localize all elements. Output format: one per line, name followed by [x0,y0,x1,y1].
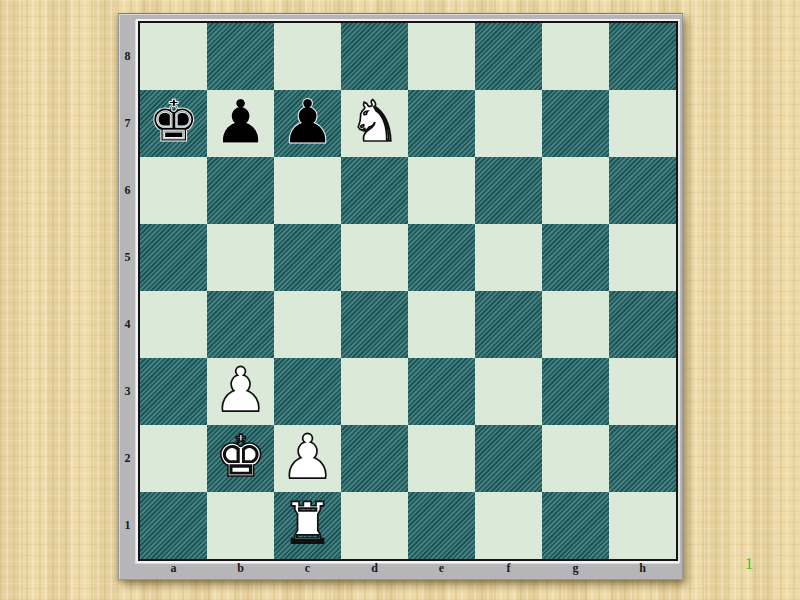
square-b1 [207,492,274,559]
piece-black-king-a7: ♚ [148,93,199,150]
square-c4 [274,291,341,358]
square-c3 [274,358,341,425]
square-d7: ♞ [341,90,408,157]
square-b5 [207,224,274,291]
piece-white-rook-c1: ♜ [282,495,333,552]
rank-label-1: 1 [119,492,136,559]
square-b4 [207,291,274,358]
square-a8 [140,23,207,90]
piece-white-king-b2: ♚ [215,428,266,485]
square-g8 [542,23,609,90]
file-labels: abcdefgh [140,558,676,578]
square-h2 [609,425,676,492]
square-f1 [475,492,542,559]
square-d3 [341,358,408,425]
square-d2 [341,425,408,492]
file-label-e: e [408,558,475,578]
square-a4 [140,291,207,358]
square-h4 [609,291,676,358]
square-f7 [475,90,542,157]
square-b7: ♟ [207,90,274,157]
file-label-d: d [341,558,408,578]
square-a3 [140,358,207,425]
slide-number: 1 [740,554,758,574]
rank-label-2: 2 [119,425,136,492]
square-b3: ♟ [207,358,274,425]
square-c6 [274,157,341,224]
square-g7 [542,90,609,157]
file-label-f: f [475,558,542,578]
square-c2: ♟ [274,425,341,492]
square-f4 [475,291,542,358]
piece-white-knight-d7: ♞ [349,93,400,150]
chessboard-frame: 87654321 ♚♟♟♞♟♚♟♜ abcdefgh [118,13,683,580]
square-g4 [542,291,609,358]
square-a6 [140,157,207,224]
square-e4 [408,291,475,358]
square-e6 [408,157,475,224]
square-d4 [341,291,408,358]
square-d1 [341,492,408,559]
square-e2 [408,425,475,492]
rank-label-5: 5 [119,224,136,291]
square-g2 [542,425,609,492]
square-h1 [609,492,676,559]
square-d6 [341,157,408,224]
rank-labels: 87654321 [119,23,136,559]
piece-black-pawn-c7: ♟ [280,91,335,152]
square-g5 [542,224,609,291]
square-f6 [475,157,542,224]
file-label-g: g [542,558,609,578]
square-g1 [542,492,609,559]
square-c5 [274,224,341,291]
rank-label-4: 4 [119,291,136,358]
rank-label-6: 6 [119,157,136,224]
rank-label-7: 7 [119,90,136,157]
square-a1 [140,492,207,559]
piece-white-pawn-b3: ♟ [213,359,268,420]
rank-label-8: 8 [119,23,136,90]
chessboard-bevel: ♚♟♟♞♟♚♟♜ [136,19,680,563]
square-a7: ♚ [140,90,207,157]
square-e3 [408,358,475,425]
square-d8 [341,23,408,90]
square-c8 [274,23,341,90]
square-a2 [140,425,207,492]
slide: 87654321 ♚♟♟♞♟♚♟♜ abcdefgh 1 [0,0,800,600]
square-b6 [207,157,274,224]
square-b8 [207,23,274,90]
square-h3 [609,358,676,425]
square-f3 [475,358,542,425]
square-c7: ♟ [274,90,341,157]
square-c1: ♜ [274,492,341,559]
square-f8 [475,23,542,90]
file-label-h: h [609,558,676,578]
square-h8 [609,23,676,90]
chessboard: ♚♟♟♞♟♚♟♜ [138,21,678,561]
piece-black-pawn-b7: ♟ [213,91,268,152]
square-d5 [341,224,408,291]
file-label-c: c [274,558,341,578]
square-h7 [609,90,676,157]
rank-label-3: 3 [119,358,136,425]
square-f5 [475,224,542,291]
square-e8 [408,23,475,90]
square-e7 [408,90,475,157]
piece-white-pawn-c2: ♟ [280,426,335,487]
square-g6 [542,157,609,224]
square-h5 [609,224,676,291]
square-a5 [140,224,207,291]
square-e5 [408,224,475,291]
square-h6 [609,157,676,224]
square-b2: ♚ [207,425,274,492]
square-e1 [408,492,475,559]
square-g3 [542,358,609,425]
file-label-b: b [207,558,274,578]
square-f2 [475,425,542,492]
file-label-a: a [140,558,207,578]
